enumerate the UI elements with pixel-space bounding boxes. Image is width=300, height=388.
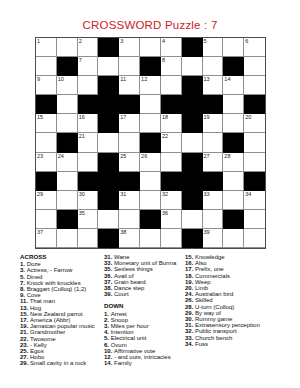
grid-cell[interactable]: 36 [161, 210, 182, 229]
cell-number: 4 [162, 38, 165, 44]
cell-number: 17 [120, 114, 126, 120]
clue-number: 38. [104, 285, 114, 291]
black-cell [36, 95, 57, 114]
black-cell [98, 95, 119, 114]
clue-number: 34. [185, 341, 195, 347]
clue-item: 29. Small cavity in a rock [20, 360, 104, 366]
grid-cell[interactable]: 25 [119, 153, 140, 172]
cell-number: 28 [224, 153, 230, 159]
black-cell [57, 57, 78, 76]
grid-cell[interactable]: 14 [223, 76, 244, 95]
clue-number: 1. [20, 261, 27, 267]
grid-cell[interactable]: 6 [244, 38, 265, 57]
grid-cell[interactable] [98, 210, 119, 229]
grid-cell[interactable]: 9 [36, 76, 57, 95]
grid-cell[interactable]: 4 [161, 38, 182, 57]
black-cell [98, 191, 119, 210]
cell-number: 34 [245, 191, 251, 197]
clue-column-3: 15. Knowledge16. Also17. Prefix, one18. … [185, 254, 293, 347]
grid-cell[interactable]: 28 [223, 153, 244, 172]
cell-number: 33 [204, 191, 210, 197]
cell-number: 9 [37, 76, 40, 82]
grid-cell[interactable] [182, 210, 203, 229]
grid-cell[interactable]: 20 [244, 114, 265, 133]
grid-cell[interactable]: 15 [36, 114, 57, 133]
grid-cell[interactable] [203, 57, 224, 76]
clue-number: 23. [20, 342, 30, 348]
cell-number: 16 [79, 114, 85, 120]
black-cell [182, 172, 203, 191]
cell-number: 27 [204, 153, 210, 159]
black-cell [223, 133, 244, 152]
down-header: DOWN [104, 303, 184, 309]
black-cell [98, 229, 119, 248]
grid-cell[interactable] [244, 133, 265, 152]
grid-cell[interactable]: 7 [78, 57, 99, 76]
grid-cell[interactable] [140, 38, 161, 57]
clue-number: 28. [185, 304, 195, 310]
clue-number: 2. [104, 317, 111, 323]
grid-cell[interactable]: 12 [140, 76, 161, 95]
grid-cell[interactable] [244, 153, 265, 172]
grid-cell[interactable] [244, 210, 265, 229]
clue-number: 29. [20, 360, 30, 366]
across-clue-list-1: 1. Doze3. Actress, - Farrow5. Dined7. Kn… [20, 261, 104, 366]
grid-cell[interactable] [223, 172, 244, 191]
cell-number: 36 [162, 210, 168, 216]
black-cell [182, 229, 203, 248]
grid-cell[interactable] [223, 114, 244, 133]
grid-cell[interactable] [57, 38, 78, 57]
clue-number: 22. [20, 336, 30, 342]
clue-number: 37. [104, 279, 114, 285]
clue-number: 4. [104, 329, 111, 335]
black-cell [161, 95, 182, 114]
clue-number: 17. [185, 266, 195, 272]
grid-cell[interactable] [57, 229, 78, 248]
cell-number: 39 [204, 229, 210, 235]
clue-number: 10. [104, 348, 114, 354]
cell-number: 24 [58, 153, 64, 159]
clue-number: 26. [185, 297, 195, 303]
cell-number: 6 [245, 38, 248, 44]
clue-number: 25. [20, 348, 30, 354]
grid-cell[interactable] [57, 114, 78, 133]
cell-number: 29 [37, 191, 43, 197]
clue-number: 33. [185, 335, 195, 341]
grid-cell[interactable] [140, 229, 161, 248]
black-cell [98, 76, 119, 95]
clue-column-2: 31. Wane33. Monetary unit of Burma35. Se… [104, 254, 184, 366]
grid-cell[interactable]: 10 [57, 76, 78, 95]
black-cell [182, 153, 203, 172]
clue-number: 31. [104, 254, 114, 260]
grid-cell[interactable] [78, 153, 99, 172]
cell-number: 10 [58, 76, 64, 82]
clue-number: 19. [20, 323, 30, 329]
clue-number: 29. [185, 310, 195, 316]
clue-number: 30. [185, 316, 195, 322]
cell-number: 30 [79, 191, 85, 197]
page-title: CROSSWORD Puzzle : 7 [0, 19, 300, 31]
clue-number: 31. [185, 322, 195, 328]
grid-cell[interactable]: 11 [119, 76, 140, 95]
cell-number: 3 [120, 38, 123, 44]
grid-cell[interactable]: 1 [36, 38, 57, 57]
grid-cell[interactable] [244, 229, 265, 248]
across-clue-list-2: 31. Wane33. Monetary unit of Burma35. Se… [104, 254, 184, 297]
down-clue-list-2: 15. Knowledge16. Also17. Prefix, one18. … [185, 254, 293, 347]
grid-cell[interactable]: 23 [36, 153, 57, 172]
clue-number: 3. [104, 323, 111, 329]
grid-cell[interactable] [223, 191, 244, 210]
grid-cell[interactable]: 34 [244, 191, 265, 210]
clue-number: 14. [104, 360, 114, 366]
grid-cell[interactable]: 38 [119, 229, 140, 248]
grid-cell[interactable]: 35 [78, 210, 99, 229]
grid-cell[interactable] [78, 76, 99, 95]
black-cell [223, 57, 244, 76]
grid-cell[interactable]: 37 [36, 229, 57, 248]
cell-number: 38 [120, 229, 126, 235]
crossword-grid: 1234567891011121314151617181920212223242… [35, 37, 266, 249]
black-cell [57, 210, 78, 229]
grid-cell[interactable]: 3 [119, 38, 140, 57]
grid-cell[interactable] [161, 229, 182, 248]
clue-item: 34. Fuss [185, 341, 293, 347]
down-clue-list-1: 1. Arrest2. Snoop3. Miles per hour4. Int… [104, 311, 184, 367]
grid-cell[interactable]: 26 [140, 153, 161, 172]
cell-number: 37 [37, 229, 43, 235]
clue-column-1: ACROSS 1. Doze3. Actress, - Farrow5. Din… [20, 254, 104, 367]
clue-number: 7. [20, 280, 27, 286]
black-cell [140, 57, 161, 76]
grid-cell[interactable] [182, 133, 203, 152]
grid-cell[interactable]: 27 [203, 153, 224, 172]
clue-number: 32. [185, 328, 195, 334]
grid-cell[interactable] [223, 95, 244, 114]
black-cell [244, 95, 265, 114]
cell-number: 19 [204, 114, 210, 120]
black-cell [119, 172, 140, 191]
clue-number: 20. [185, 285, 195, 291]
cell-number: 22 [162, 133, 168, 139]
grid-cell[interactable]: 29 [36, 191, 57, 210]
grid-cell[interactable]: 8 [161, 57, 182, 76]
clue-number: 16. [185, 260, 195, 266]
grid-cell[interactable]: 16 [78, 114, 99, 133]
grid-cell[interactable] [244, 76, 265, 95]
grid-cell[interactable]: 13 [203, 76, 224, 95]
grid-cell[interactable]: 5 [203, 38, 224, 57]
black-cell [182, 76, 203, 95]
grid-cell[interactable] [140, 95, 161, 114]
grid-cell[interactable] [119, 57, 140, 76]
grid-cell[interactable]: 32 [161, 191, 182, 210]
cell-number: 5 [204, 38, 207, 44]
grid-cell[interactable] [203, 133, 224, 152]
black-cell [78, 172, 99, 191]
clue-number: 33. [104, 260, 114, 266]
grid-cell[interactable]: 22 [161, 133, 182, 152]
cell-number: 23 [37, 153, 43, 159]
black-cell [119, 95, 140, 114]
cell-number: 8 [162, 57, 165, 63]
grid-cell[interactable] [223, 38, 244, 57]
grid-cell[interactable]: 31 [119, 191, 140, 210]
grid-cell[interactable] [36, 57, 57, 76]
black-cell [182, 95, 203, 114]
black-cell [161, 172, 182, 191]
grid-cell[interactable] [57, 191, 78, 210]
grid-cell[interactable] [78, 229, 99, 248]
black-cell [57, 133, 78, 152]
black-cell [140, 210, 161, 229]
clue-number: 35. [104, 266, 114, 272]
cell-number: 13 [204, 76, 210, 82]
clue-number: 19. [185, 279, 195, 285]
black-cell [140, 133, 161, 152]
cell-number: 18 [162, 114, 168, 120]
clue-number: 11. [20, 298, 30, 304]
grid-cell[interactable] [140, 172, 161, 191]
grid-cell[interactable] [119, 133, 140, 152]
black-cell [78, 95, 99, 114]
black-cell [223, 210, 244, 229]
clue-item: 14. Family [104, 360, 184, 366]
clue-number: 3. [20, 267, 27, 273]
clue-item: 39. Court [104, 291, 184, 297]
grid-cell[interactable] [182, 57, 203, 76]
grid-cell[interactable] [140, 114, 161, 133]
black-cell [244, 172, 265, 191]
across-header: ACROSS [20, 254, 104, 260]
clue-number: 9. [20, 292, 27, 298]
grid-cell[interactable] [244, 57, 265, 76]
grid-cell[interactable]: 17 [119, 114, 140, 133]
grid-cell[interactable] [223, 229, 244, 248]
black-cell [36, 172, 57, 191]
black-cell [98, 114, 119, 133]
cell-number: 20 [245, 114, 251, 120]
clue-number: 27. [20, 354, 30, 360]
clue-number: 6. [104, 342, 111, 348]
grid-cell[interactable]: 30 [78, 191, 99, 210]
clue-number: 12. [104, 354, 114, 360]
clue-number: 15. [20, 311, 30, 317]
grid-cell[interactable] [203, 210, 224, 229]
black-cell [182, 114, 203, 133]
clue-number: 1. [104, 311, 111, 317]
black-cell [182, 191, 203, 210]
clue-number: 24. [185, 291, 195, 297]
cell-number: 26 [141, 153, 147, 159]
grid-cell[interactable] [98, 133, 119, 152]
grid-cell[interactable] [161, 153, 182, 172]
clue-number: 36. [104, 273, 114, 279]
black-cell [203, 172, 224, 191]
cell-number: 15 [37, 114, 43, 120]
grid-cell[interactable] [119, 210, 140, 229]
grid-cell[interactable]: 24 [57, 153, 78, 172]
grid-cell[interactable]: 19 [203, 114, 224, 133]
clue-number: 13. [20, 305, 30, 311]
grid-cell[interactable] [36, 133, 57, 152]
grid-cell[interactable]: 33 [203, 191, 224, 210]
clue-number: 18. [185, 273, 195, 279]
grid-cell[interactable]: 39 [203, 229, 224, 248]
clue-number: 5. [20, 274, 27, 280]
cell-number: 14 [224, 76, 230, 82]
cell-number: 25 [120, 153, 126, 159]
cell-number: 7 [79, 57, 82, 63]
cell-number: 31 [120, 191, 126, 197]
grid-cell[interactable] [57, 172, 78, 191]
clue-number: 8. [20, 286, 27, 292]
clue-number: 15. [185, 254, 195, 260]
black-cell [98, 38, 119, 57]
black-cell [182, 38, 203, 57]
black-cell [98, 153, 119, 172]
cell-number: 11 [120, 76, 126, 82]
black-cell [98, 172, 119, 191]
cell-number: 12 [141, 76, 147, 82]
grid-cell[interactable] [57, 95, 78, 114]
cell-number: 1 [37, 38, 40, 44]
grid-cell[interactable] [36, 210, 57, 229]
grid-cell[interactable]: 2 [78, 38, 99, 57]
cell-number: 32 [162, 191, 168, 197]
cell-number: 21 [79, 133, 85, 139]
clue-number: 5. [104, 335, 111, 341]
black-cell [203, 95, 224, 114]
cell-number: 35 [79, 210, 85, 216]
grid-cell[interactable]: 18 [161, 114, 182, 133]
grid-cell[interactable] [140, 191, 161, 210]
clue-number: 17. [20, 317, 30, 323]
grid-cell[interactable]: 21 [78, 133, 99, 152]
clue-number: 39. [104, 291, 114, 297]
grid-cell[interactable] [161, 76, 182, 95]
grid-cell[interactable] [98, 57, 119, 76]
clue-number: 21. [20, 329, 30, 335]
cell-number: 2 [79, 38, 82, 44]
